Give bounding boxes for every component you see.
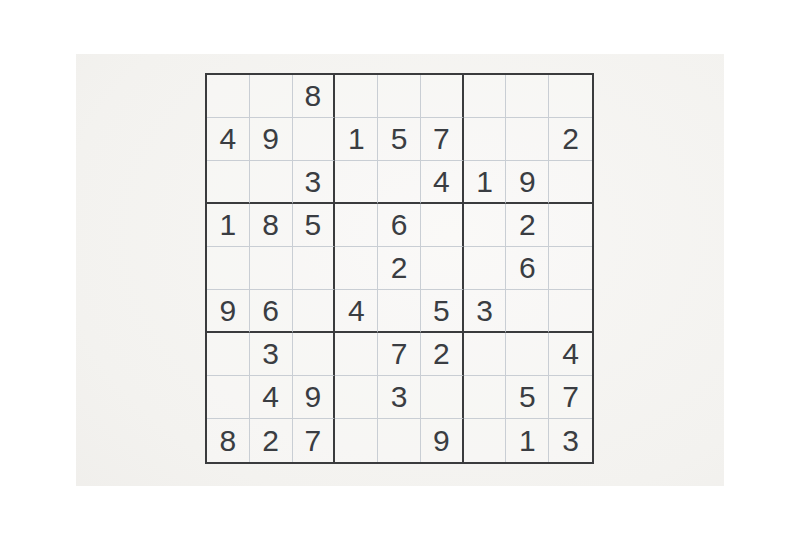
cell-r7c1[interactable]	[207, 333, 250, 376]
cell-r2c3[interactable]	[293, 118, 336, 161]
cell-r4c2[interactable]: 8	[250, 204, 293, 247]
cell-r1c7[interactable]	[464, 75, 507, 118]
cell-r4c4[interactable]	[335, 204, 378, 247]
cell-r1c3[interactable]: 8	[293, 75, 336, 118]
cell-r2c4[interactable]: 1	[335, 118, 378, 161]
cell-r9c3[interactable]: 7	[293, 419, 336, 462]
cell-r6c1[interactable]: 9	[207, 290, 250, 333]
cell-r1c9[interactable]	[549, 75, 592, 118]
cell-r6c9[interactable]	[549, 290, 592, 333]
cell-r8c6[interactable]	[421, 376, 464, 419]
cell-r1c8[interactable]	[506, 75, 549, 118]
cell-r9c1[interactable]: 8	[207, 419, 250, 462]
cell-r5c1[interactable]	[207, 247, 250, 290]
cell-r5c9[interactable]	[549, 247, 592, 290]
cell-r7c2[interactable]: 3	[250, 333, 293, 376]
cell-r7c6[interactable]: 2	[421, 333, 464, 376]
cell-r3c6[interactable]: 4	[421, 161, 464, 204]
cell-r7c4[interactable]	[335, 333, 378, 376]
cell-r9c2[interactable]: 2	[250, 419, 293, 462]
cell-r7c9[interactable]: 4	[549, 333, 592, 376]
cell-r7c7[interactable]	[464, 333, 507, 376]
cell-r4c1[interactable]: 1	[207, 204, 250, 247]
cell-r9c6[interactable]: 9	[421, 419, 464, 462]
cell-r2c2[interactable]: 9	[250, 118, 293, 161]
cell-r6c8[interactable]	[506, 290, 549, 333]
sudoku-board: 84915723419185622696453372449357827913	[205, 73, 594, 464]
cell-r8c8[interactable]: 5	[506, 376, 549, 419]
cell-r7c3[interactable]	[293, 333, 336, 376]
cell-r2c5[interactable]: 5	[378, 118, 421, 161]
cell-r4c8[interactable]: 2	[506, 204, 549, 247]
cell-r3c1[interactable]	[207, 161, 250, 204]
cell-r3c3[interactable]: 3	[293, 161, 336, 204]
cell-r6c7[interactable]: 3	[464, 290, 507, 333]
cell-r8c7[interactable]	[464, 376, 507, 419]
cell-r2c1[interactable]: 4	[207, 118, 250, 161]
cell-r3c4[interactable]	[335, 161, 378, 204]
puzzle-paper: 84915723419185622696453372449357827913	[76, 54, 724, 486]
cell-r5c5[interactable]: 2	[378, 247, 421, 290]
cell-r3c7[interactable]: 1	[464, 161, 507, 204]
cell-r3c2[interactable]	[250, 161, 293, 204]
cell-r8c1[interactable]	[207, 376, 250, 419]
cell-r9c7[interactable]	[464, 419, 507, 462]
cell-r5c3[interactable]	[293, 247, 336, 290]
cell-r9c5[interactable]	[378, 419, 421, 462]
cell-r5c4[interactable]	[335, 247, 378, 290]
cell-r4c5[interactable]: 6	[378, 204, 421, 247]
cell-r8c5[interactable]: 3	[378, 376, 421, 419]
cell-r8c4[interactable]	[335, 376, 378, 419]
cell-r2c7[interactable]	[464, 118, 507, 161]
cell-r6c5[interactable]	[378, 290, 421, 333]
cell-r2c6[interactable]: 7	[421, 118, 464, 161]
cell-r5c6[interactable]	[421, 247, 464, 290]
cell-r1c6[interactable]	[421, 75, 464, 118]
cell-r4c6[interactable]	[421, 204, 464, 247]
cell-r6c2[interactable]: 6	[250, 290, 293, 333]
cell-r1c4[interactable]	[335, 75, 378, 118]
cell-r5c2[interactable]	[250, 247, 293, 290]
cell-r2c8[interactable]	[506, 118, 549, 161]
cell-r8c3[interactable]: 9	[293, 376, 336, 419]
cell-r7c5[interactable]: 7	[378, 333, 421, 376]
cell-r4c9[interactable]	[549, 204, 592, 247]
cell-r4c3[interactable]: 5	[293, 204, 336, 247]
cell-r1c5[interactable]	[378, 75, 421, 118]
cell-r1c2[interactable]	[250, 75, 293, 118]
cell-r1c1[interactable]	[207, 75, 250, 118]
cell-r7c8[interactable]	[506, 333, 549, 376]
cell-r8c9[interactable]: 7	[549, 376, 592, 419]
cell-r9c9[interactable]: 3	[549, 419, 592, 462]
cell-r5c7[interactable]	[464, 247, 507, 290]
cell-r8c2[interactable]: 4	[250, 376, 293, 419]
cell-r2c9[interactable]: 2	[549, 118, 592, 161]
cell-r3c9[interactable]	[549, 161, 592, 204]
cell-r3c8[interactable]: 9	[506, 161, 549, 204]
cell-r9c4[interactable]	[335, 419, 378, 462]
cell-r6c4[interactable]: 4	[335, 290, 378, 333]
cell-r6c6[interactable]: 5	[421, 290, 464, 333]
cell-r4c7[interactable]	[464, 204, 507, 247]
cell-r6c3[interactable]	[293, 290, 336, 333]
cell-r3c5[interactable]	[378, 161, 421, 204]
cell-r9c8[interactable]: 1	[506, 419, 549, 462]
cell-r5c8[interactable]: 6	[506, 247, 549, 290]
